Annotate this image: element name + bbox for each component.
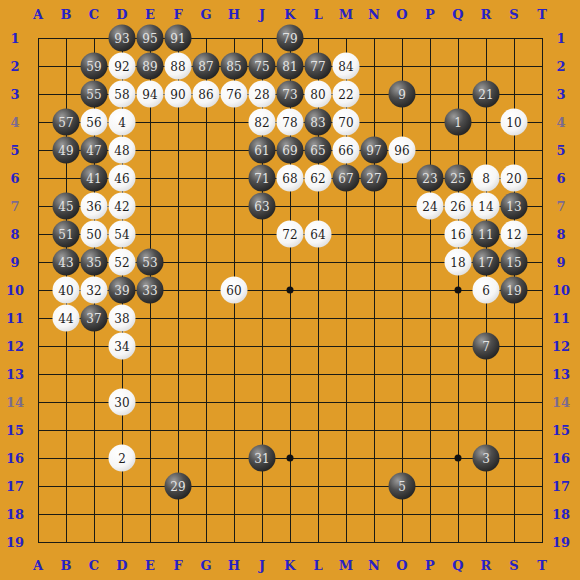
row-label-left: 17 [6, 479, 24, 494]
row-label-right: 2 [556, 59, 565, 74]
move-number: 93 [114, 32, 129, 44]
move-number: 50 [86, 228, 101, 240]
white-stone[interactable]: 86 [193, 81, 220, 108]
move-number: 48 [114, 144, 129, 156]
move-number: 31 [254, 452, 269, 464]
black-stone[interactable]: 87 [193, 53, 220, 80]
grid-line [374, 38, 375, 543]
row-label-left: 2 [10, 59, 19, 74]
white-stone[interactable]: 28 [249, 81, 276, 108]
col-label-bottom: Q [452, 558, 463, 573]
move-number: 70 [338, 116, 353, 128]
white-stone[interactable]: 42 [109, 193, 136, 220]
white-stone[interactable]: 18 [445, 249, 472, 276]
white-stone[interactable]: 88 [165, 53, 192, 80]
col-label-top: D [116, 7, 127, 22]
black-stone[interactable]: 13 [501, 193, 528, 220]
black-stone[interactable]: 91 [165, 25, 192, 52]
move-number: 23 [422, 172, 437, 184]
move-number: 39 [114, 284, 129, 296]
col-label-bottom: O [396, 558, 407, 573]
white-stone[interactable]: 2 [109, 445, 136, 472]
col-label-top: N [368, 7, 380, 22]
move-number: 6 [482, 284, 490, 296]
col-label-top: B [61, 7, 72, 22]
white-stone[interactable]: 26 [445, 193, 472, 220]
black-stone[interactable]: 49 [53, 137, 80, 164]
move-number: 16 [450, 228, 465, 240]
row-label-left: 11 [6, 311, 24, 326]
black-stone[interactable]: 11 [473, 221, 500, 248]
move-number: 96 [394, 144, 409, 156]
white-stone[interactable]: 24 [417, 193, 444, 220]
move-number: 26 [450, 200, 465, 212]
white-stone[interactable]: 62 [305, 165, 332, 192]
move-number: 65 [310, 144, 325, 156]
grid-line [402, 38, 403, 543]
white-stone[interactable]: 44 [53, 305, 80, 332]
move-number: 88 [170, 60, 185, 72]
row-label-left: 13 [6, 367, 24, 382]
move-number: 19 [506, 284, 521, 296]
star-point [455, 287, 462, 294]
white-stone[interactable]: 30 [109, 389, 136, 416]
col-label-bottom: C [89, 558, 99, 573]
black-stone[interactable]: 33 [137, 277, 164, 304]
black-stone[interactable]: 69 [277, 137, 304, 164]
black-stone[interactable]: 37 [81, 305, 108, 332]
row-label-right: 5 [556, 143, 565, 158]
black-stone[interactable]: 61 [249, 137, 276, 164]
black-stone[interactable]: 21 [473, 81, 500, 108]
row-label-right: 6 [556, 171, 565, 186]
black-stone[interactable]: 9 [389, 81, 416, 108]
move-number: 17 [478, 256, 493, 268]
col-label-bottom: D [116, 558, 127, 573]
black-stone[interactable]: 59 [81, 53, 108, 80]
col-label-top: K [284, 7, 295, 22]
move-number: 61 [254, 144, 269, 156]
black-stone[interactable]: 73 [277, 81, 304, 108]
move-number: 3 [482, 452, 490, 464]
grid-line [38, 374, 543, 375]
white-stone[interactable]: 96 [389, 137, 416, 164]
move-number: 4 [118, 116, 126, 128]
white-stone[interactable]: 8 [473, 165, 500, 192]
move-number: 85 [226, 60, 241, 72]
white-stone[interactable]: 20 [501, 165, 528, 192]
grid-line [38, 514, 543, 515]
move-number: 25 [450, 172, 465, 184]
grid-line [38, 486, 543, 487]
move-number: 44 [58, 312, 73, 324]
move-number: 81 [282, 60, 297, 72]
col-label-bottom: E [145, 558, 155, 573]
black-stone[interactable]: 77 [305, 53, 332, 80]
black-stone[interactable]: 25 [445, 165, 472, 192]
row-label-right: 4 [556, 115, 565, 130]
move-number: 86 [198, 88, 213, 100]
row-label-right: 10 [552, 283, 570, 298]
move-number: 22 [338, 88, 353, 100]
black-stone[interactable]: 47 [81, 137, 108, 164]
move-number: 69 [282, 144, 297, 156]
black-stone[interactable]: 29 [165, 473, 192, 500]
star-point [455, 455, 462, 462]
move-number: 95 [142, 32, 157, 44]
white-stone[interactable]: 70 [333, 109, 360, 136]
black-stone[interactable]: 3 [473, 445, 500, 472]
row-label-right: 18 [552, 507, 570, 522]
star-point [287, 287, 294, 294]
move-number: 62 [310, 172, 325, 184]
move-number: 42 [114, 200, 129, 212]
row-label-right: 13 [552, 367, 570, 382]
move-number: 1 [454, 116, 462, 128]
white-stone[interactable]: 78 [277, 109, 304, 136]
move-number: 9 [398, 88, 406, 100]
row-label-left: 19 [6, 535, 24, 550]
move-number: 76 [226, 88, 241, 100]
move-number: 8 [482, 172, 490, 184]
black-stone[interactable]: 97 [361, 137, 388, 164]
black-stone[interactable]: 5 [389, 473, 416, 500]
col-label-top: L [313, 7, 322, 22]
col-label-top: O [396, 7, 407, 22]
move-number: 38 [114, 312, 129, 324]
black-stone[interactable]: 31 [249, 445, 276, 472]
white-stone[interactable]: 66 [333, 137, 360, 164]
grid-line [430, 38, 431, 543]
black-stone[interactable]: 39 [109, 277, 136, 304]
white-stone[interactable]: 54 [109, 221, 136, 248]
col-label-bottom: N [368, 558, 380, 573]
white-stone[interactable]: 92 [109, 53, 136, 80]
row-label-right: 14 [552, 395, 570, 410]
row-label-left: 3 [10, 87, 19, 102]
move-number: 54 [114, 228, 129, 240]
move-number: 73 [282, 88, 297, 100]
white-stone[interactable]: 84 [333, 53, 360, 80]
move-number: 47 [86, 144, 101, 156]
move-number: 7 [482, 340, 490, 352]
col-label-top: T [537, 7, 547, 22]
col-label-bottom: L [313, 558, 322, 573]
black-stone[interactable]: 63 [249, 193, 276, 220]
white-stone[interactable]: 6 [473, 277, 500, 304]
row-label-left: 8 [10, 227, 19, 242]
black-stone[interactable]: 95 [137, 25, 164, 52]
black-stone[interactable]: 7 [473, 333, 500, 360]
row-label-left: 1 [10, 31, 19, 46]
black-stone[interactable]: 35 [81, 249, 108, 276]
col-label-top: Q [452, 7, 463, 22]
move-number: 58 [114, 88, 129, 100]
col-label-bottom: S [509, 558, 518, 573]
move-number: 72 [282, 228, 297, 240]
col-label-top: F [173, 7, 182, 22]
white-stone[interactable]: 14 [473, 193, 500, 220]
move-number: 28 [254, 88, 269, 100]
white-stone[interactable]: 94 [137, 81, 164, 108]
move-number: 46 [114, 172, 129, 184]
col-label-top: M [339, 7, 353, 22]
move-number: 59 [86, 60, 101, 72]
black-stone[interactable]: 45 [53, 193, 80, 220]
move-number: 87 [198, 60, 213, 72]
row-label-left: 14 [6, 395, 24, 410]
white-stone[interactable]: 64 [305, 221, 332, 248]
move-number: 71 [254, 172, 269, 184]
white-stone[interactable]: 32 [81, 277, 108, 304]
black-stone[interactable]: 17 [473, 249, 500, 276]
white-stone[interactable]: 38 [109, 305, 136, 332]
col-label-top: A [33, 7, 43, 22]
black-stone[interactable]: 65 [305, 137, 332, 164]
move-number: 91 [170, 32, 185, 44]
white-stone[interactable]: 36 [81, 193, 108, 220]
grid-line [38, 430, 543, 431]
row-label-right: 7 [556, 199, 565, 214]
col-label-top: P [425, 7, 435, 22]
black-stone[interactable]: 85 [221, 53, 248, 80]
move-number: 5 [398, 480, 406, 492]
white-stone[interactable]: 46 [109, 165, 136, 192]
black-stone[interactable]: 79 [277, 25, 304, 52]
move-number: 53 [142, 256, 157, 268]
black-stone[interactable]: 15 [501, 249, 528, 276]
black-stone[interactable]: 43 [53, 249, 80, 276]
white-stone[interactable]: 48 [109, 137, 136, 164]
move-number: 84 [338, 60, 353, 72]
white-stone[interactable]: 60 [221, 277, 248, 304]
move-number: 33 [142, 284, 157, 296]
row-label-right: 3 [556, 87, 565, 102]
col-label-top: R [481, 7, 492, 22]
row-label-left: 7 [10, 199, 19, 214]
move-number: 75 [254, 60, 269, 72]
row-label-left: 9 [10, 255, 19, 270]
move-number: 83 [310, 116, 325, 128]
move-number: 94 [142, 88, 157, 100]
move-number: 20 [506, 172, 521, 184]
black-stone[interactable]: 53 [137, 249, 164, 276]
black-stone[interactable]: 67 [333, 165, 360, 192]
move-number: 10 [506, 116, 521, 128]
row-label-left: 4 [10, 115, 19, 130]
row-label-right: 15 [552, 423, 570, 438]
black-stone[interactable]: 57 [53, 109, 80, 136]
move-number: 57 [58, 116, 73, 128]
col-label-bottom: R [481, 558, 492, 573]
white-stone[interactable]: 68 [277, 165, 304, 192]
move-number: 35 [86, 256, 101, 268]
go-board[interactable]: AABBCCDDEEFFGGHHJJKKLLMMNNOOPPQQRRSSTT11… [0, 0, 580, 580]
grid-line [542, 38, 543, 543]
move-number: 82 [254, 116, 269, 128]
col-label-bottom: H [228, 558, 240, 573]
move-number: 80 [310, 88, 325, 100]
move-number: 2 [118, 452, 126, 464]
move-number: 30 [114, 396, 129, 408]
white-stone[interactable]: 16 [445, 221, 472, 248]
black-stone[interactable]: 23 [417, 165, 444, 192]
black-stone[interactable]: 83 [305, 109, 332, 136]
move-number: 55 [86, 88, 101, 100]
move-number: 90 [170, 88, 185, 100]
white-stone[interactable]: 50 [81, 221, 108, 248]
row-label-left: 12 [6, 339, 24, 354]
move-number: 27 [366, 172, 381, 184]
move-number: 40 [58, 284, 73, 296]
move-number: 89 [142, 60, 157, 72]
black-stone[interactable]: 71 [249, 165, 276, 192]
row-label-left: 6 [10, 171, 19, 186]
white-stone[interactable]: 72 [277, 221, 304, 248]
white-stone[interactable]: 52 [109, 249, 136, 276]
move-number: 56 [86, 116, 101, 128]
row-label-right: 11 [552, 311, 570, 326]
col-label-bottom: B [61, 558, 72, 573]
col-label-bottom: T [537, 558, 547, 573]
move-number: 97 [366, 144, 381, 156]
row-label-right: 1 [556, 31, 565, 46]
white-stone[interactable]: 40 [53, 277, 80, 304]
black-stone[interactable]: 51 [53, 221, 80, 248]
col-label-bottom: K [284, 558, 295, 573]
row-label-right: 17 [552, 479, 570, 494]
move-number: 45 [58, 200, 73, 212]
move-number: 24 [422, 200, 437, 212]
white-stone[interactable]: 58 [109, 81, 136, 108]
row-label-right: 19 [552, 535, 570, 550]
black-stone[interactable]: 1 [445, 109, 472, 136]
white-stone[interactable]: 76 [221, 81, 248, 108]
move-number: 52 [114, 256, 129, 268]
move-number: 67 [338, 172, 353, 184]
white-stone[interactable]: 56 [81, 109, 108, 136]
black-stone[interactable]: 19 [501, 277, 528, 304]
col-label-top: H [228, 7, 240, 22]
col-label-bottom: F [173, 558, 182, 573]
col-label-top: J [259, 7, 265, 22]
star-point [287, 455, 294, 462]
col-label-top: E [145, 7, 155, 22]
white-stone[interactable]: 34 [109, 333, 136, 360]
move-number: 78 [282, 116, 297, 128]
white-stone[interactable]: 82 [249, 109, 276, 136]
move-number: 34 [114, 340, 129, 352]
move-number: 92 [114, 60, 129, 72]
col-label-bottom: J [259, 558, 265, 573]
black-stone[interactable]: 41 [81, 165, 108, 192]
move-number: 51 [58, 228, 73, 240]
row-label-right: 8 [556, 227, 565, 242]
move-number: 64 [310, 228, 325, 240]
col-label-bottom: G [200, 558, 211, 573]
col-label-bottom: M [339, 558, 353, 573]
col-label-top: C [89, 7, 99, 22]
col-label-top: G [200, 7, 211, 22]
move-number: 29 [170, 480, 185, 492]
black-stone[interactable]: 75 [249, 53, 276, 80]
row-label-left: 5 [10, 143, 19, 158]
grid-line [38, 542, 543, 543]
row-label-left: 10 [6, 283, 24, 298]
white-stone[interactable]: 12 [501, 221, 528, 248]
move-number: 14 [478, 200, 493, 212]
black-stone[interactable]: 89 [137, 53, 164, 80]
move-number: 66 [338, 144, 353, 156]
col-label-bottom: P [425, 558, 435, 573]
move-number: 49 [58, 144, 73, 156]
white-stone[interactable]: 22 [333, 81, 360, 108]
move-number: 13 [506, 200, 521, 212]
move-number: 11 [478, 228, 493, 240]
move-number: 43 [58, 256, 73, 268]
white-stone[interactable]: 80 [305, 81, 332, 108]
move-number: 18 [450, 256, 465, 268]
black-stone[interactable]: 55 [81, 81, 108, 108]
black-stone[interactable]: 81 [277, 53, 304, 80]
move-number: 36 [86, 200, 101, 212]
move-number: 68 [282, 172, 297, 184]
row-label-left: 15 [6, 423, 24, 438]
move-number: 37 [86, 312, 101, 324]
move-number: 77 [310, 60, 325, 72]
row-label-left: 16 [6, 451, 24, 466]
move-number: 41 [86, 172, 101, 184]
white-stone[interactable]: 10 [501, 109, 528, 136]
move-number: 63 [254, 200, 269, 212]
move-number: 21 [478, 88, 493, 100]
white-stone[interactable]: 4 [109, 109, 136, 136]
row-label-left: 18 [6, 507, 24, 522]
move-number: 60 [226, 284, 241, 296]
row-label-right: 12 [552, 339, 570, 354]
col-label-bottom: A [33, 558, 43, 573]
move-number: 15 [506, 256, 521, 268]
move-number: 79 [282, 32, 297, 44]
move-number: 12 [506, 228, 521, 240]
white-stone[interactable]: 90 [165, 81, 192, 108]
col-label-top: S [509, 7, 518, 22]
row-label-right: 9 [556, 255, 565, 270]
move-number: 32 [86, 284, 101, 296]
black-stone[interactable]: 93 [109, 25, 136, 52]
row-label-right: 16 [552, 451, 570, 466]
black-stone[interactable]: 27 [361, 165, 388, 192]
